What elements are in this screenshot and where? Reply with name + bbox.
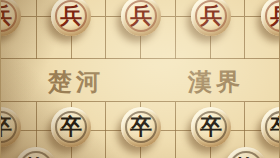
red-soldier-glyph: 兵 <box>60 5 82 27</box>
black-cannon-glyph: 炮 <box>25 157 47 158</box>
black-soldier-piece[interactable]: 卒 <box>51 107 91 147</box>
black-soldier-glyph: 卒 <box>60 116 82 138</box>
black-soldier-glyph: 卒 <box>130 116 152 138</box>
red-soldier-glyph: 兵 <box>200 5 222 27</box>
river-label-han-jie: 漢界 <box>178 66 254 98</box>
black-soldier-glyph: 卒 <box>270 116 280 138</box>
red-soldier-glyph: 兵 <box>270 5 280 27</box>
xiangqi-board[interactable]: 楚河 漢界 兵 兵 兵 兵 兵 卒 卒 卒 卒 卒 炮 炮 <box>0 0 280 158</box>
black-soldier-glyph: 卒 <box>200 116 222 138</box>
black-soldier-glyph: 卒 <box>0 116 12 138</box>
black-soldier-piece[interactable]: 卒 <box>121 107 161 147</box>
red-soldier-glyph: 兵 <box>0 5 12 27</box>
black-cannon-glyph: 炮 <box>235 157 257 158</box>
red-soldier-glyph: 兵 <box>130 5 152 27</box>
river-label-chu-he: 楚河 <box>38 66 114 98</box>
black-soldier-piece[interactable]: 卒 <box>191 107 231 147</box>
